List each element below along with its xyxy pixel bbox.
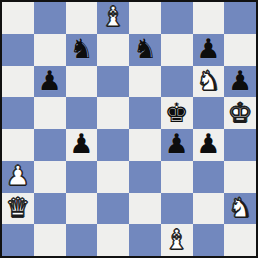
square-c5[interactable] (66, 97, 98, 129)
black-pawn-piece: ♟ (165, 130, 189, 157)
square-c8[interactable] (66, 2, 98, 34)
square-c4[interactable]: ♟ (66, 129, 98, 161)
square-b2[interactable] (34, 193, 66, 225)
white-knight-piece: ♞ (196, 67, 220, 94)
square-g1[interactable] (193, 224, 225, 256)
square-e1[interactable] (129, 224, 161, 256)
square-a2[interactable]: ♛ (2, 193, 34, 225)
square-b5[interactable] (34, 97, 66, 129)
board-grid: ♝♞♞♟♟♞♟♚♚♟♟♟♟♛♞♝ (2, 2, 256, 256)
square-d3[interactable] (97, 161, 129, 193)
square-a3[interactable]: ♟ (2, 161, 34, 193)
square-b7[interactable] (34, 34, 66, 66)
square-e5[interactable] (129, 97, 161, 129)
black-king-piece: ♚ (165, 99, 189, 126)
black-pawn-piece: ♟ (196, 130, 220, 157)
square-g4[interactable]: ♟ (193, 129, 225, 161)
square-h6[interactable]: ♟ (224, 66, 256, 98)
square-f2[interactable] (161, 193, 193, 225)
square-g6[interactable]: ♞ (193, 66, 225, 98)
black-pawn-piece: ♟ (38, 67, 62, 94)
square-d4[interactable] (97, 129, 129, 161)
square-g3[interactable] (193, 161, 225, 193)
white-bishop-piece: ♝ (101, 3, 125, 30)
square-h7[interactable] (224, 34, 256, 66)
square-h1[interactable] (224, 224, 256, 256)
square-a7[interactable] (2, 34, 34, 66)
black-knight-piece: ♞ (133, 35, 157, 62)
square-c2[interactable] (66, 193, 98, 225)
square-b3[interactable] (34, 161, 66, 193)
square-f8[interactable] (161, 2, 193, 34)
square-d6[interactable] (97, 66, 129, 98)
square-h2[interactable]: ♞ (224, 193, 256, 225)
black-pawn-piece: ♟ (196, 35, 220, 62)
square-h4[interactable] (224, 129, 256, 161)
square-b8[interactable] (34, 2, 66, 34)
square-d1[interactable] (97, 224, 129, 256)
square-d8[interactable]: ♝ (97, 2, 129, 34)
square-a8[interactable] (2, 2, 34, 34)
square-d5[interactable] (97, 97, 129, 129)
white-bishop-piece: ♝ (165, 226, 189, 253)
square-e8[interactable] (129, 2, 161, 34)
square-a6[interactable] (2, 66, 34, 98)
square-a1[interactable] (2, 224, 34, 256)
white-pawn-piece: ♟ (6, 162, 30, 189)
square-e2[interactable] (129, 193, 161, 225)
square-f4[interactable]: ♟ (161, 129, 193, 161)
white-king-piece: ♚ (228, 99, 252, 126)
square-b4[interactable] (34, 129, 66, 161)
square-f1[interactable]: ♝ (161, 224, 193, 256)
square-h3[interactable] (224, 161, 256, 193)
square-g5[interactable] (193, 97, 225, 129)
chess-board: ♝♞♞♟♟♞♟♚♚♟♟♟♟♛♞♝ (0, 0, 258, 258)
white-knight-piece: ♞ (228, 194, 252, 221)
square-b6[interactable]: ♟ (34, 66, 66, 98)
square-g8[interactable] (193, 2, 225, 34)
square-a4[interactable] (2, 129, 34, 161)
square-f6[interactable] (161, 66, 193, 98)
square-c1[interactable] (66, 224, 98, 256)
square-h8[interactable] (224, 2, 256, 34)
square-b1[interactable] (34, 224, 66, 256)
square-d7[interactable] (97, 34, 129, 66)
square-d2[interactable] (97, 193, 129, 225)
square-c3[interactable] (66, 161, 98, 193)
square-g7[interactable]: ♟ (193, 34, 225, 66)
square-c6[interactable] (66, 66, 98, 98)
square-c7[interactable]: ♞ (66, 34, 98, 66)
square-h5[interactable]: ♚ (224, 97, 256, 129)
white-queen-piece: ♛ (6, 194, 30, 221)
square-f3[interactable] (161, 161, 193, 193)
square-e3[interactable] (129, 161, 161, 193)
square-e7[interactable]: ♞ (129, 34, 161, 66)
square-a5[interactable] (2, 97, 34, 129)
square-g2[interactable] (193, 193, 225, 225)
black-pawn-piece: ♟ (69, 130, 93, 157)
square-f5[interactable]: ♚ (161, 97, 193, 129)
black-pawn-piece: ♟ (228, 67, 252, 94)
square-e6[interactable] (129, 66, 161, 98)
square-e4[interactable] (129, 129, 161, 161)
square-f7[interactable] (161, 34, 193, 66)
black-knight-piece: ♞ (69, 35, 93, 62)
